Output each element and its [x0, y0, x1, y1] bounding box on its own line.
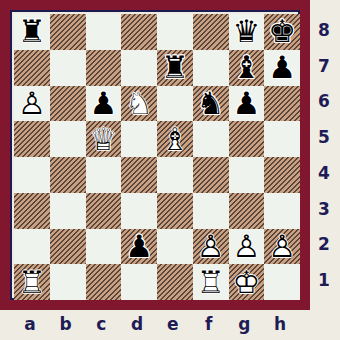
- square-a1[interactable]: ♜♖: [14, 264, 50, 300]
- square-g5[interactable]: [229, 121, 265, 157]
- rank-label-5: 5: [311, 119, 337, 155]
- black-pawn[interactable]: ♟: [264, 50, 300, 86]
- square-c5[interactable]: ♛♕: [86, 121, 122, 157]
- rank-label-1: 1: [311, 262, 337, 298]
- square-a4[interactable]: [14, 157, 50, 193]
- black-pawn[interactable]: ♟: [229, 86, 265, 122]
- square-c6[interactable]: ♟: [86, 86, 122, 122]
- square-e5[interactable]: ♝♗: [157, 121, 193, 157]
- square-g6[interactable]: ♟: [229, 86, 265, 122]
- white-pawn[interactable]: ♟♙: [229, 229, 265, 265]
- square-c8[interactable]: [86, 14, 122, 50]
- rank-label-2: 2: [311, 227, 337, 263]
- square-f8[interactable]: [193, 14, 229, 50]
- square-a6[interactable]: ♟♙: [14, 86, 50, 122]
- square-h6[interactable]: [264, 86, 300, 122]
- square-b2[interactable]: [50, 229, 86, 265]
- square-b7[interactable]: [50, 50, 86, 86]
- square-e3[interactable]: [157, 193, 193, 229]
- square-h5[interactable]: [264, 121, 300, 157]
- square-d8[interactable]: [121, 14, 157, 50]
- rank-label-8: 8: [311, 12, 337, 48]
- square-h1[interactable]: [264, 264, 300, 300]
- chess-diagram-page: { "game": "chess", "position": { "fen": …: [0, 0, 340, 340]
- black-bishop[interactable]: ♝: [229, 50, 265, 86]
- square-e1[interactable]: [157, 264, 193, 300]
- square-h7[interactable]: ♟: [264, 50, 300, 86]
- square-g8[interactable]: ♛: [229, 14, 265, 50]
- square-b4[interactable]: [50, 157, 86, 193]
- square-d2[interactable]: ♟: [121, 229, 157, 265]
- black-rook[interactable]: ♜: [14, 14, 50, 50]
- rank-label-7: 7: [311, 48, 337, 84]
- square-b3[interactable]: [50, 193, 86, 229]
- file-label-c: c: [84, 311, 120, 337]
- square-d3[interactable]: [121, 193, 157, 229]
- square-g2[interactable]: ♟♙: [229, 229, 265, 265]
- white-queen[interactable]: ♛♕: [86, 121, 122, 157]
- square-f5[interactable]: [193, 121, 229, 157]
- square-h8[interactable]: ♚: [264, 14, 300, 50]
- white-pawn[interactable]: ♟♙: [14, 86, 50, 122]
- white-knight[interactable]: ♞♘: [121, 86, 157, 122]
- square-a5[interactable]: [14, 121, 50, 157]
- square-d6[interactable]: ♞♘: [121, 86, 157, 122]
- rank-label-4: 4: [311, 155, 337, 191]
- white-rook[interactable]: ♜♖: [193, 264, 229, 300]
- square-g3[interactable]: [229, 193, 265, 229]
- chess-board: ♜♛♚♜♝♟♟♙♟♞♘♞♟♛♕♝♗♟♟♙♟♙♟♙♜♖♜♖♚♔: [14, 14, 300, 300]
- board-border: ♜♛♚♜♝♟♟♙♟♞♘♞♟♛♕♝♗♟♟♙♟♙♟♙♜♖♜♖♚♔: [10, 10, 300, 300]
- square-f1[interactable]: ♜♖: [193, 264, 229, 300]
- square-e4[interactable]: [157, 157, 193, 193]
- white-pawn[interactable]: ♟♙: [193, 229, 229, 265]
- square-c7[interactable]: [86, 50, 122, 86]
- white-rook[interactable]: ♜♖: [14, 264, 50, 300]
- file-labels: a b c d e f g h: [12, 311, 298, 337]
- square-a3[interactable]: [14, 193, 50, 229]
- square-h2[interactable]: ♟♙: [264, 229, 300, 265]
- rank-label-3: 3: [311, 191, 337, 227]
- square-a2[interactable]: [14, 229, 50, 265]
- square-d5[interactable]: [121, 121, 157, 157]
- file-label-f: f: [191, 311, 227, 337]
- black-pawn[interactable]: ♟: [86, 86, 122, 122]
- square-g1[interactable]: ♚♔: [229, 264, 265, 300]
- square-e8[interactable]: [157, 14, 193, 50]
- square-a8[interactable]: ♜: [14, 14, 50, 50]
- square-a7[interactable]: [14, 50, 50, 86]
- square-d4[interactable]: [121, 157, 157, 193]
- square-f6[interactable]: ♞: [193, 86, 229, 122]
- file-label-h: h: [262, 311, 298, 337]
- square-e2[interactable]: [157, 229, 193, 265]
- square-c1[interactable]: [86, 264, 122, 300]
- square-e6[interactable]: [157, 86, 193, 122]
- black-king[interactable]: ♚: [264, 14, 300, 50]
- square-d1[interactable]: [121, 264, 157, 300]
- rank-label-6: 6: [311, 84, 337, 120]
- square-d7[interactable]: [121, 50, 157, 86]
- white-king[interactable]: ♚♔: [229, 264, 265, 300]
- black-pawn[interactable]: ♟: [121, 229, 157, 265]
- board-frame: ♜♛♚♜♝♟♟♙♟♞♘♞♟♛♕♝♗♟♟♙♟♙♟♙♜♖♜♖♚♔: [0, 0, 310, 310]
- square-b5[interactable]: [50, 121, 86, 157]
- white-pawn[interactable]: ♟♙: [264, 229, 300, 265]
- square-c2[interactable]: [86, 229, 122, 265]
- square-f2[interactable]: ♟♙: [193, 229, 229, 265]
- white-bishop[interactable]: ♝♗: [157, 121, 193, 157]
- file-label-b: b: [48, 311, 84, 337]
- square-b8[interactable]: [50, 14, 86, 50]
- square-f7[interactable]: [193, 50, 229, 86]
- black-queen[interactable]: ♛: [229, 14, 265, 50]
- square-f4[interactable]: [193, 157, 229, 193]
- square-b6[interactable]: [50, 86, 86, 122]
- square-h3[interactable]: [264, 193, 300, 229]
- square-e7[interactable]: ♜: [157, 50, 193, 86]
- black-knight[interactable]: ♞: [193, 86, 229, 122]
- square-g4[interactable]: [229, 157, 265, 193]
- square-h4[interactable]: [264, 157, 300, 193]
- file-label-a: a: [12, 311, 48, 337]
- rank-labels: 8 7 6 5 4 3 2 1: [311, 12, 337, 298]
- file-label-e: e: [155, 311, 191, 337]
- square-f3[interactable]: [193, 193, 229, 229]
- square-c4[interactable]: [86, 157, 122, 193]
- square-c3[interactable]: [86, 193, 122, 229]
- black-rook[interactable]: ♜: [157, 50, 193, 86]
- square-g7[interactable]: ♝: [229, 50, 265, 86]
- file-label-g: g: [227, 311, 263, 337]
- square-b1[interactable]: [50, 264, 86, 300]
- file-label-d: d: [119, 311, 155, 337]
